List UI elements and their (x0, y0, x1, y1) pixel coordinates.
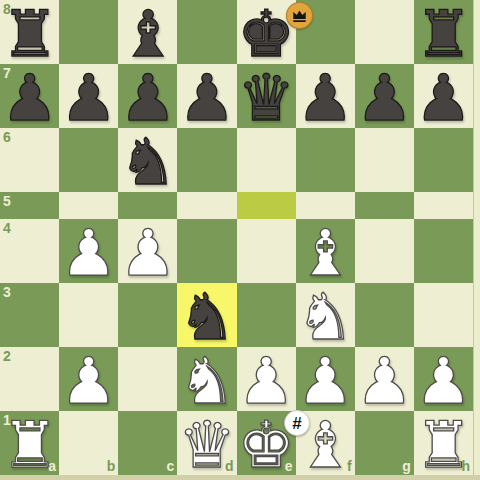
square-c4[interactable]: ♟ (118, 219, 177, 283)
square-b4[interactable]: ♟ (59, 219, 118, 283)
piece-black-knight-c6[interactable]: ♞ (119, 130, 176, 194)
piece-white-knight-f3[interactable]: ♞ (297, 285, 354, 349)
square-h5[interactable] (414, 192, 473, 219)
piece-white-pawn-b2[interactable]: ♟ (60, 349, 117, 413)
piece-white-pawn-f2[interactable]: ♟ (297, 349, 354, 413)
piece-white-pawn-g2[interactable]: ♟ (356, 349, 413, 413)
square-e7[interactable]: ♛ (237, 64, 296, 128)
file-label-f: f (347, 459, 352, 473)
file-label-g: g (402, 459, 411, 473)
square-h6[interactable] (414, 128, 473, 192)
chess-board-grid: 8♜♝♚♜7♟♟♟♟♛♟♟♟6♞54♟♟♝3♞♞2♟♞♟♟♟♟1a♜bcd♛e♚… (0, 0, 473, 475)
file-label-a: a (48, 459, 56, 473)
winner-badge (286, 2, 313, 29)
rank-label-3: 3 (3, 285, 11, 299)
square-d8[interactable] (177, 0, 236, 64)
square-b6[interactable] (59, 128, 118, 192)
square-a3[interactable]: 3 (0, 283, 59, 347)
rank-label-6: 6 (3, 130, 11, 144)
piece-black-bishop-c8[interactable]: ♝ (119, 2, 176, 66)
square-a8[interactable]: 8♜ (0, 0, 59, 64)
square-f6[interactable] (296, 128, 355, 192)
square-d7[interactable]: ♟ (177, 64, 236, 128)
square-b2[interactable]: ♟ (59, 347, 118, 411)
piece-black-pawn-g7[interactable]: ♟ (356, 66, 413, 130)
square-c8[interactable]: ♝ (118, 0, 177, 64)
square-c3[interactable] (118, 283, 177, 347)
square-g5[interactable] (355, 192, 414, 219)
square-g8[interactable] (355, 0, 414, 64)
file-label-d: d (225, 459, 234, 473)
rank-label-8: 8 (3, 2, 11, 16)
square-h1[interactable]: h♜ (414, 411, 473, 475)
file-label-c: c (167, 459, 175, 473)
rank-label-7: 7 (3, 66, 11, 80)
square-a5[interactable]: 5 (0, 192, 59, 219)
square-a4[interactable]: 4 (0, 219, 59, 283)
board-edge-right (473, 0, 480, 475)
square-b3[interactable] (59, 283, 118, 347)
piece-black-pawn-c7[interactable]: ♟ (119, 66, 176, 130)
piece-black-queen-e7[interactable]: ♛ (237, 66, 294, 130)
square-h3[interactable] (414, 283, 473, 347)
square-e6[interactable] (237, 128, 296, 192)
piece-black-pawn-f7[interactable]: ♟ (297, 66, 354, 130)
square-f3[interactable]: ♞ (296, 283, 355, 347)
square-c1[interactable]: c (118, 411, 177, 475)
square-b8[interactable] (59, 0, 118, 64)
square-d6[interactable] (177, 128, 236, 192)
square-h2[interactable]: ♟ (414, 347, 473, 411)
square-g3[interactable] (355, 283, 414, 347)
square-b7[interactable]: ♟ (59, 64, 118, 128)
piece-white-pawn-c4[interactable]: ♟ (119, 221, 176, 285)
square-f5[interactable] (296, 192, 355, 219)
square-g6[interactable] (355, 128, 414, 192)
chess-board: 8♜♝♚♜7♟♟♟♟♛♟♟♟6♞54♟♟♝3♞♞2♟♞♟♟♟♟1a♜bcd♛e♚… (0, 0, 480, 480)
piece-black-knight-d3[interactable]: ♞ (178, 285, 235, 349)
piece-white-bishop-f4[interactable]: ♝ (297, 221, 354, 285)
checkmate-symbol: # (292, 414, 301, 431)
square-f2[interactable]: ♟ (296, 347, 355, 411)
piece-white-knight-d2[interactable]: ♞ (178, 349, 235, 413)
square-h4[interactable] (414, 219, 473, 283)
square-g4[interactable] (355, 219, 414, 283)
rank-label-4: 4 (3, 221, 11, 235)
square-d3[interactable]: ♞ (177, 283, 236, 347)
piece-white-pawn-b4[interactable]: ♟ (60, 221, 117, 285)
rank-label-1: 1 (3, 413, 11, 427)
piece-white-pawn-e2[interactable]: ♟ (237, 349, 294, 413)
rank-label-2: 2 (3, 349, 11, 363)
square-f4[interactable]: ♝ (296, 219, 355, 283)
square-d1[interactable]: d♛ (177, 411, 236, 475)
square-h8[interactable]: ♜ (414, 0, 473, 64)
crown-icon (291, 9, 308, 23)
square-g7[interactable]: ♟ (355, 64, 414, 128)
square-a7[interactable]: 7♟ (0, 64, 59, 128)
file-label-e: e (285, 459, 293, 473)
piece-black-pawn-b7[interactable]: ♟ (60, 66, 117, 130)
square-e3[interactable] (237, 283, 296, 347)
square-d4[interactable] (177, 219, 236, 283)
square-c2[interactable] (118, 347, 177, 411)
square-d2[interactable]: ♞ (177, 347, 236, 411)
square-h7[interactable]: ♟ (414, 64, 473, 128)
rank-label-5: 5 (3, 194, 11, 208)
square-g1[interactable]: g (355, 411, 414, 475)
square-e2[interactable]: ♟ (237, 347, 296, 411)
square-g2[interactable]: ♟ (355, 347, 414, 411)
square-d5[interactable] (177, 192, 236, 219)
piece-black-pawn-h7[interactable]: ♟ (415, 66, 472, 130)
square-b1[interactable]: b (59, 411, 118, 475)
square-e4[interactable] (237, 219, 296, 283)
square-a1[interactable]: 1a♜ (0, 411, 59, 475)
checkmate-badge: # (284, 410, 310, 436)
file-label-b: b (107, 459, 116, 473)
square-b5[interactable] (59, 192, 118, 219)
piece-black-pawn-d7[interactable]: ♟ (178, 66, 235, 130)
piece-white-pawn-h2[interactable]: ♟ (415, 349, 472, 413)
square-c6[interactable]: ♞ (118, 128, 177, 192)
square-c7[interactable]: ♟ (118, 64, 177, 128)
square-a2[interactable]: 2 (0, 347, 59, 411)
square-f7[interactable]: ♟ (296, 64, 355, 128)
file-label-h: h (461, 459, 470, 473)
square-a6[interactable]: 6 (0, 128, 59, 192)
piece-black-rook-h8[interactable]: ♜ (415, 2, 472, 66)
square-e5[interactable] (237, 192, 296, 219)
